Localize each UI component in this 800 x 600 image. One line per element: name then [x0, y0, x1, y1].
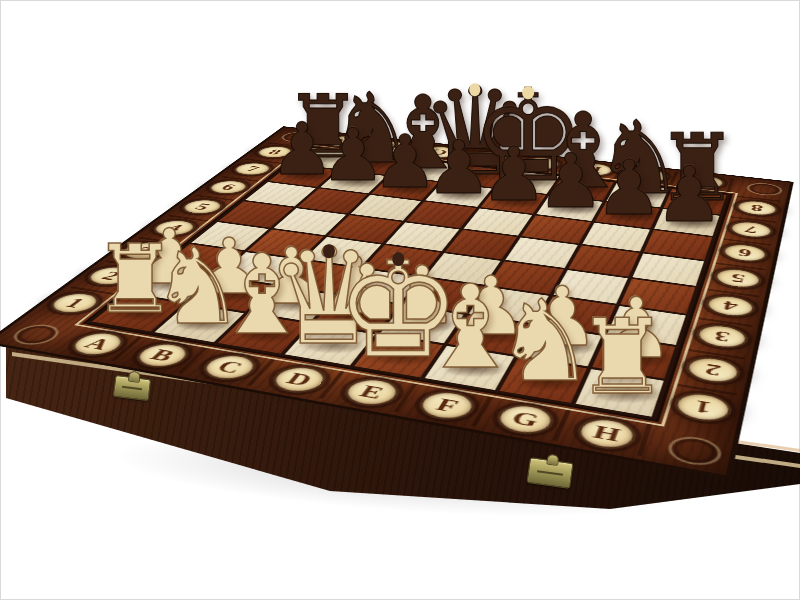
contrasting-finial [523, 86, 534, 99]
rank-label-8-right: 8 [734, 199, 779, 218]
rank-label-3-right: 3 [694, 322, 751, 351]
rank-label-7-right: 7 [727, 219, 774, 239]
brass-clasp-left [113, 375, 151, 401]
rank-label-1-right: 1 [671, 389, 734, 425]
black-pawn[interactable]: ♟ [655, 157, 724, 234]
product-photo-stage: AABBCCDDEEFFGGHH8877665544332211 ♜♞♝♟♛♟♚… [0, 0, 800, 600]
corner-rosette [745, 182, 783, 197]
rank-label-6-left: 6 [203, 179, 254, 196]
contrasting-finial [323, 245, 335, 258]
rank-label-5-right: 5 [712, 266, 763, 290]
corner-rosette [5, 322, 67, 347]
corner-rosette [665, 433, 724, 469]
rank-label-6-right: 6 [720, 242, 769, 264]
file-label-h-near: H [573, 415, 641, 454]
rank-label-2-right: 2 [683, 354, 743, 386]
rank-label-4-right: 4 [703, 293, 757, 320]
black-pawn[interactable]: ♟ [595, 150, 663, 226]
contrasting-finial [392, 252, 405, 266]
white-rook[interactable]: ♜ [576, 305, 669, 409]
